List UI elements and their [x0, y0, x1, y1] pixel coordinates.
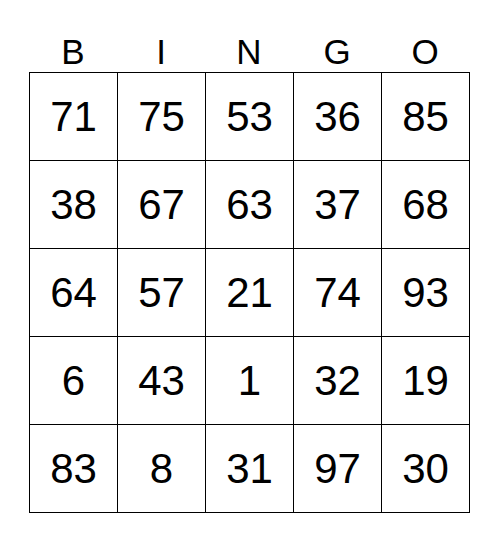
cell-r2c2[interactable]: 67	[118, 161, 206, 249]
cell-r1c5[interactable]: 85	[382, 73, 470, 161]
cell-r5c2[interactable]: 8	[118, 425, 206, 513]
header-letter-n: N	[205, 0, 293, 72]
cell-r5c4[interactable]: 97	[294, 425, 382, 513]
header-letter-o: O	[381, 0, 469, 72]
cell-r5c1[interactable]: 83	[30, 425, 118, 513]
bingo-card: B I N G O 71 75 53 36 85 38 67 63 37 68 …	[29, 0, 470, 513]
cell-r2c3[interactable]: 63	[206, 161, 294, 249]
cell-r3c5[interactable]: 93	[382, 249, 470, 337]
cell-r5c3[interactable]: 31	[206, 425, 294, 513]
cell-r4c1[interactable]: 6	[30, 337, 118, 425]
cell-r2c1[interactable]: 38	[30, 161, 118, 249]
cell-r3c4[interactable]: 74	[294, 249, 382, 337]
cell-r5c5[interactable]: 30	[382, 425, 470, 513]
cell-r3c2[interactable]: 57	[118, 249, 206, 337]
cell-r3c3[interactable]: 21	[206, 249, 294, 337]
bingo-grid: 71 75 53 36 85 38 67 63 37 68 64 57 21 7…	[29, 72, 470, 513]
cell-r4c5[interactable]: 19	[382, 337, 470, 425]
cell-r1c2[interactable]: 75	[118, 73, 206, 161]
bingo-header: B I N G O	[29, 0, 470, 72]
cell-r4c2[interactable]: 43	[118, 337, 206, 425]
cell-r4c3[interactable]: 1	[206, 337, 294, 425]
header-letter-g: G	[293, 0, 381, 72]
cell-r2c4[interactable]: 37	[294, 161, 382, 249]
header-letter-i: I	[117, 0, 205, 72]
cell-r1c3[interactable]: 53	[206, 73, 294, 161]
cell-r3c1[interactable]: 64	[30, 249, 118, 337]
cell-r4c4[interactable]: 32	[294, 337, 382, 425]
header-letter-b: B	[29, 0, 117, 72]
cell-r1c4[interactable]: 36	[294, 73, 382, 161]
cell-r2c5[interactable]: 68	[382, 161, 470, 249]
cell-r1c1[interactable]: 71	[30, 73, 118, 161]
